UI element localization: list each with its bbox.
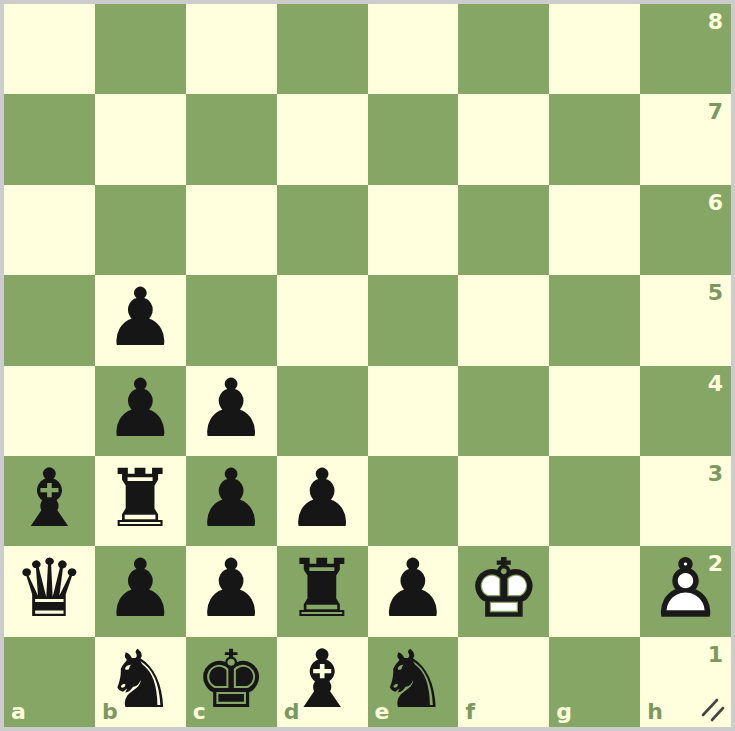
- black-pawn[interactable]: ♟: [95, 546, 186, 636]
- square-c5[interactable]: [186, 275, 277, 365]
- white-pawn[interactable]: ♟♙: [640, 546, 731, 636]
- black-pawn-glyph: ♟: [195, 368, 267, 448]
- resize-handle-icon[interactable]: [700, 697, 726, 723]
- square-f3[interactable]: [458, 456, 549, 546]
- black-pawn[interactable]: ♟: [186, 546, 277, 636]
- square-g1[interactable]: g: [549, 637, 640, 727]
- black-pawn[interactable]: ♟: [186, 366, 277, 456]
- file-label-g: g: [556, 701, 572, 723]
- square-f1[interactable]: f: [458, 637, 549, 727]
- square-d2[interactable]: ♜: [277, 546, 368, 636]
- file-label-f: f: [465, 701, 475, 723]
- black-rook-glyph: ♜: [286, 549, 358, 629]
- square-c4[interactable]: ♟: [186, 366, 277, 456]
- square-e1[interactable]: e♞: [368, 637, 459, 727]
- square-h7[interactable]: 7: [640, 94, 731, 184]
- chess-board[interactable]: 876♟5♟♟4♝♜♟♟3♛♟♟♜♟♚♔2♟♙ab♞c♚d♝e♞fg1h: [4, 4, 731, 727]
- square-f2[interactable]: ♚♔: [458, 546, 549, 636]
- square-a1[interactable]: a: [4, 637, 95, 727]
- square-d4[interactable]: [277, 366, 368, 456]
- black-king[interactable]: ♚: [186, 637, 277, 727]
- black-pawn-glyph: ♟: [104, 549, 176, 629]
- square-f7[interactable]: [458, 94, 549, 184]
- square-a3[interactable]: ♝: [4, 456, 95, 546]
- square-g5[interactable]: [549, 275, 640, 365]
- black-pawn-glyph: ♟: [195, 549, 267, 629]
- square-g8[interactable]: [549, 4, 640, 94]
- square-a8[interactable]: [4, 4, 95, 94]
- black-knight-glyph: ♞: [104, 639, 176, 719]
- rank-label-7: 7: [708, 101, 723, 123]
- square-b4[interactable]: ♟: [95, 366, 186, 456]
- square-e3[interactable]: [368, 456, 459, 546]
- square-d1[interactable]: d♝: [277, 637, 368, 727]
- square-h8[interactable]: 8: [640, 4, 731, 94]
- black-pawn[interactable]: ♟: [277, 456, 368, 546]
- black-bishop-glyph: ♝: [286, 639, 358, 719]
- square-h6[interactable]: 6: [640, 185, 731, 275]
- black-king-glyph: ♚: [195, 639, 267, 719]
- square-e6[interactable]: [368, 185, 459, 275]
- square-g4[interactable]: [549, 366, 640, 456]
- square-b7[interactable]: [95, 94, 186, 184]
- square-b1[interactable]: b♞: [95, 637, 186, 727]
- black-pawn-glyph: ♟: [104, 278, 176, 358]
- black-knight-glyph: ♞: [377, 639, 449, 719]
- square-c6[interactable]: [186, 185, 277, 275]
- black-pawn-glyph: ♟: [286, 459, 358, 539]
- black-rook-glyph: ♜: [104, 459, 176, 539]
- black-knight[interactable]: ♞: [95, 637, 186, 727]
- rank-label-5: 5: [708, 282, 723, 304]
- square-f6[interactable]: [458, 185, 549, 275]
- square-h5[interactable]: 5: [640, 275, 731, 365]
- black-pawn[interactable]: ♟: [186, 456, 277, 546]
- black-pawn[interactable]: ♟: [95, 275, 186, 365]
- black-pawn-glyph: ♟: [104, 368, 176, 448]
- square-g6[interactable]: [549, 185, 640, 275]
- black-pawn-glyph: ♟: [377, 549, 449, 629]
- black-bishop[interactable]: ♝: [4, 456, 95, 546]
- square-e8[interactable]: [368, 4, 459, 94]
- square-a5[interactable]: [4, 275, 95, 365]
- rank-label-3: 3: [708, 463, 723, 485]
- square-c8[interactable]: [186, 4, 277, 94]
- square-a2[interactable]: ♛: [4, 546, 95, 636]
- black-pawn[interactable]: ♟: [95, 366, 186, 456]
- rank-label-8: 8: [708, 11, 723, 33]
- file-label-a: a: [11, 701, 26, 723]
- square-e4[interactable]: [368, 366, 459, 456]
- white-king-outline: ♔: [468, 549, 540, 629]
- black-bishop-glyph: ♝: [14, 459, 86, 539]
- square-a7[interactable]: [4, 94, 95, 184]
- square-h3[interactable]: 3: [640, 456, 731, 546]
- square-h2[interactable]: 2♟♙: [640, 546, 731, 636]
- square-g7[interactable]: [549, 94, 640, 184]
- rank-label-1: 1: [708, 644, 723, 666]
- rank-label-6: 6: [708, 192, 723, 214]
- square-b3[interactable]: ♜: [95, 456, 186, 546]
- square-a6[interactable]: [4, 185, 95, 275]
- square-c3[interactable]: ♟: [186, 456, 277, 546]
- square-d6[interactable]: [277, 185, 368, 275]
- square-e2[interactable]: ♟: [368, 546, 459, 636]
- black-bishop[interactable]: ♝: [277, 637, 368, 727]
- black-pawn[interactable]: ♟: [368, 546, 459, 636]
- square-f5[interactable]: [458, 275, 549, 365]
- white-king[interactable]: ♚♔: [458, 546, 549, 636]
- square-b5[interactable]: ♟: [95, 275, 186, 365]
- square-e5[interactable]: [368, 275, 459, 365]
- rank-label-4: 4: [708, 373, 723, 395]
- square-e7[interactable]: [368, 94, 459, 184]
- square-c1[interactable]: c♚: [186, 637, 277, 727]
- square-f8[interactable]: [458, 4, 549, 94]
- file-label-h: h: [647, 701, 663, 723]
- square-c7[interactable]: [186, 94, 277, 184]
- square-a4[interactable]: [4, 366, 95, 456]
- black-queen[interactable]: ♛: [4, 546, 95, 636]
- square-c2[interactable]: ♟: [186, 546, 277, 636]
- black-rook[interactable]: ♜: [95, 456, 186, 546]
- square-d3[interactable]: ♟: [277, 456, 368, 546]
- black-rook[interactable]: ♜: [277, 546, 368, 636]
- square-g2[interactable]: [549, 546, 640, 636]
- square-g3[interactable]: [549, 456, 640, 546]
- square-d7[interactable]: [277, 94, 368, 184]
- white-pawn-outline: ♙: [650, 549, 722, 629]
- square-d8[interactable]: [277, 4, 368, 94]
- square-b2[interactable]: ♟: [95, 546, 186, 636]
- black-queen-glyph: ♛: [14, 549, 86, 629]
- square-d5[interactable]: [277, 275, 368, 365]
- square-f4[interactable]: [458, 366, 549, 456]
- square-b8[interactable]: [95, 4, 186, 94]
- square-h4[interactable]: 4: [640, 366, 731, 456]
- square-b6[interactable]: [95, 185, 186, 275]
- black-knight[interactable]: ♞: [368, 637, 459, 727]
- black-pawn-glyph: ♟: [195, 459, 267, 539]
- chess-board-frame: 876♟5♟♟4♝♜♟♟3♛♟♟♜♟♚♔2♟♙ab♞c♚d♝e♞fg1h: [0, 0, 735, 731]
